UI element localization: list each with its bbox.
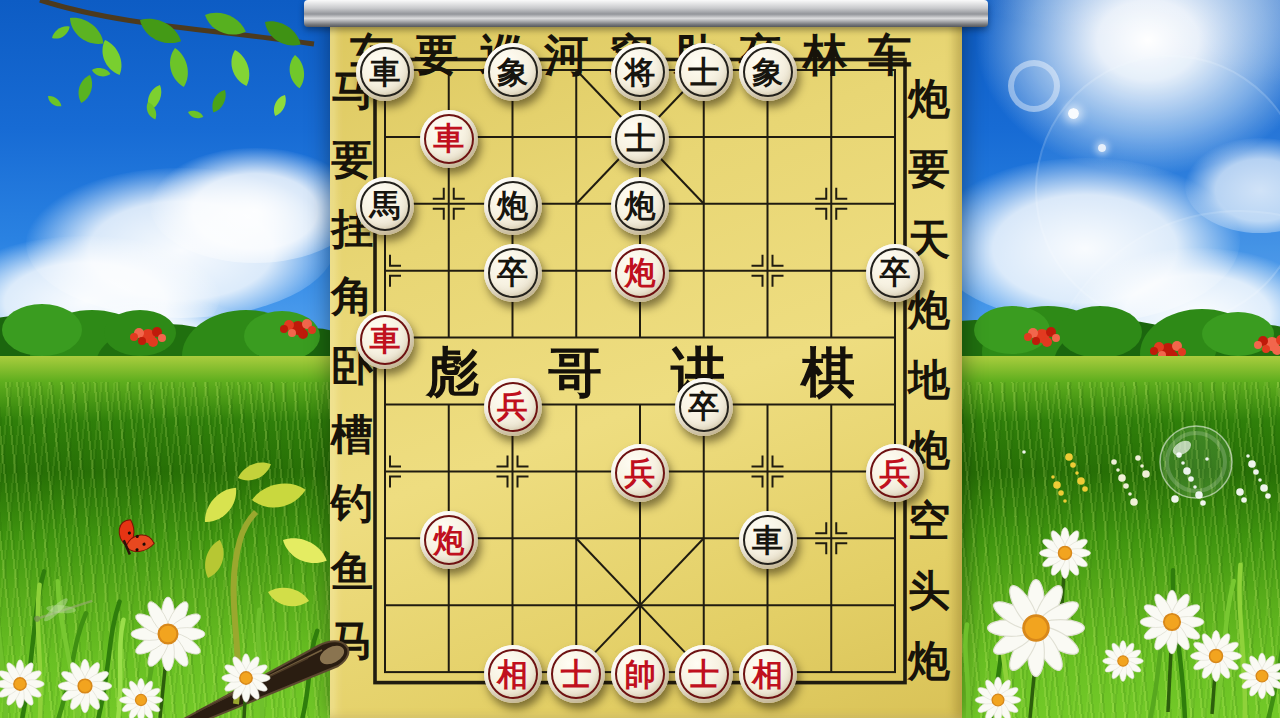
grass-blade: [1268, 591, 1280, 718]
meadow-flower-dot: [1063, 499, 1067, 503]
leaf: [91, 66, 111, 79]
leaf: [270, 93, 289, 118]
leaf: [46, 93, 63, 109]
meadow-flower-dot: [1260, 484, 1268, 492]
leaf: [198, 482, 244, 528]
meadow-flower-dot: [1142, 470, 1150, 478]
foreground-plants: [0, 0, 1280, 718]
leaf: [167, 46, 190, 88]
leaf: [266, 583, 311, 611]
meadow-flower-dot: [1051, 475, 1055, 479]
meadow-flower-dot: [1022, 450, 1026, 454]
leaf: [208, 87, 230, 114]
meadow-flower-dot: [1171, 495, 1179, 503]
meadow-flower-dot: [1082, 486, 1088, 492]
meadow-flower-dot: [1265, 493, 1271, 499]
meadow-flower-dot: [1075, 471, 1079, 475]
daisy-flower: [1103, 641, 1144, 682]
meadow-flower-dot: [1116, 468, 1120, 472]
meadow-flower-dot: [1248, 460, 1256, 468]
grass-blade: [958, 625, 977, 718]
leaf: [135, 11, 185, 51]
grass-blade: [98, 601, 119, 718]
meadow-flower-dot: [1123, 483, 1129, 489]
meadow-flower-dot: [1200, 500, 1206, 506]
meadow-flower-dot: [1065, 453, 1073, 461]
meadow-flower-dot: [1241, 497, 1247, 503]
leaf: [74, 73, 96, 105]
meadow-flower-dot: [1053, 481, 1061, 489]
meadow-flower-dot: [1111, 459, 1117, 465]
leaf: [235, 458, 274, 484]
meadow-flower-dot: [1118, 474, 1126, 482]
meadow-flower-dot: [1058, 490, 1064, 496]
daisy-flower: [119, 678, 162, 718]
daisy-flower: [58, 659, 112, 713]
meadow-flower-dot: [1128, 492, 1132, 496]
leaf: [228, 48, 253, 89]
soap-bubble: [1160, 426, 1232, 498]
scene: 车要巡河穿肋卒林车 马要挂角卧槽钓鱼马 炮要天炮地炮空头炮 彪哥讲棋 車象将士象…: [0, 0, 1280, 718]
butterfly: [110, 512, 158, 560]
meadow-flower-dot: [1135, 455, 1141, 461]
daisy-flower: [1040, 528, 1091, 579]
meadow-flower-dot: [1246, 454, 1250, 458]
leaf: [288, 54, 305, 89]
meadow-flower-dot: [1236, 488, 1244, 496]
leaf: [278, 531, 330, 572]
leaf: [200, 537, 229, 580]
leaf: [250, 480, 307, 510]
meadow-flower-dot: [1253, 469, 1259, 475]
meadow-flower-dot: [1140, 464, 1144, 468]
leaf: [50, 23, 73, 41]
meadow-flower-dot: [1258, 478, 1262, 482]
meadow-flower-dot: [1077, 477, 1085, 485]
leaf: [187, 109, 204, 121]
meadow-flower-dot: [1130, 498, 1138, 506]
meadow-flower-dot: [1070, 462, 1076, 468]
leaf: [260, 14, 305, 53]
daisy-flower: [131, 597, 205, 671]
daisy-flower: [975, 677, 1021, 718]
